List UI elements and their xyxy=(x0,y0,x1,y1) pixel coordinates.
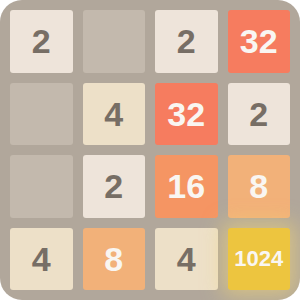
empty-cell-r1c2 xyxy=(83,10,146,73)
tile-4-r4c3: 4 xyxy=(155,228,218,291)
tile-8-r4c2: 8 xyxy=(83,228,146,291)
tile-1024-r4c4: 1024 xyxy=(228,228,291,291)
tile-2-r1c1: 2 xyxy=(10,10,73,73)
tile-16-r3c3: 16 xyxy=(155,155,218,218)
board-2048[interactable]: 2232432221684841024 xyxy=(0,0,300,300)
tile-2-r3c2: 2 xyxy=(83,155,146,218)
tile-4-r2c2: 4 xyxy=(83,83,146,146)
empty-cell-r3c1 xyxy=(10,155,73,218)
tile-32-r1c4: 32 xyxy=(228,10,291,73)
tile-2-r2c4: 2 xyxy=(228,83,291,146)
tile-4-r4c1: 4 xyxy=(10,228,73,291)
tile-2-r1c3: 2 xyxy=(155,10,218,73)
tile-32-r2c3: 32 xyxy=(155,83,218,146)
tile-8-r3c4: 8 xyxy=(228,155,291,218)
empty-cell-r2c1 xyxy=(10,83,73,146)
